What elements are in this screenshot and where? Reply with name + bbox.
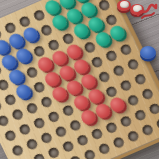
board-hole[interactable] xyxy=(104,121,118,134)
board-hole[interactable] xyxy=(54,125,68,138)
board-hole[interactable] xyxy=(25,66,39,79)
board-hole[interactable] xyxy=(133,72,147,85)
board-hole[interactable] xyxy=(126,58,140,71)
board-hole[interactable] xyxy=(0,78,9,91)
board-hole[interactable] xyxy=(126,93,140,106)
board-hole[interactable] xyxy=(97,142,111,155)
board-hole[interactable] xyxy=(97,70,111,83)
board-hole[interactable] xyxy=(32,9,46,22)
board-hole[interactable] xyxy=(10,144,24,157)
stacked-white-disc xyxy=(120,1,129,8)
board-hole[interactable] xyxy=(0,114,9,127)
off-board-stacked-disc-1[interactable] xyxy=(117,0,131,11)
board-hole[interactable] xyxy=(155,117,159,130)
board-hole[interactable] xyxy=(68,154,82,159)
board-hole[interactable] xyxy=(61,140,75,153)
board-hole[interactable] xyxy=(82,40,96,53)
board-hole[interactable] xyxy=(140,123,154,136)
off-board-blue-disc[interactable] xyxy=(140,46,156,59)
board-hole[interactable] xyxy=(68,119,82,132)
board-hole[interactable] xyxy=(10,108,24,121)
board-hole[interactable] xyxy=(3,129,17,142)
board-hole[interactable] xyxy=(25,137,39,150)
board-hole[interactable] xyxy=(46,146,60,159)
board-hole[interactable] xyxy=(104,85,118,98)
board-hole[interactable] xyxy=(3,93,17,106)
red-cord-tangle xyxy=(136,1,159,25)
board-hole[interactable] xyxy=(111,64,125,77)
board-hole[interactable] xyxy=(97,0,111,12)
board-hole[interactable] xyxy=(32,152,46,159)
board-hole[interactable] xyxy=(32,44,46,57)
board-hole[interactable] xyxy=(119,79,133,92)
board-hole[interactable] xyxy=(90,55,104,68)
board-hole[interactable] xyxy=(111,136,125,149)
board-hole[interactable] xyxy=(133,108,147,121)
board-hole[interactable] xyxy=(25,101,39,114)
board-hole[interactable] xyxy=(90,127,104,140)
board-hole[interactable] xyxy=(147,102,159,115)
board-hole[interactable] xyxy=(39,131,53,144)
board-hole[interactable] xyxy=(75,133,89,146)
board-hole[interactable] xyxy=(46,38,60,51)
board-hole[interactable] xyxy=(39,95,53,108)
board-hole[interactable] xyxy=(82,148,96,159)
board-hole[interactable] xyxy=(46,110,60,123)
board-hole[interactable] xyxy=(39,23,53,36)
board-hole[interactable] xyxy=(17,15,31,28)
board-hole[interactable] xyxy=(140,87,154,100)
board-hole[interactable] xyxy=(61,104,75,117)
photo-scene xyxy=(0,0,159,159)
board-hole[interactable] xyxy=(119,115,133,128)
board-hole[interactable] xyxy=(104,49,118,62)
board-hole[interactable] xyxy=(3,21,17,34)
board-hole[interactable] xyxy=(126,129,140,142)
board-hole[interactable] xyxy=(119,43,133,56)
board-hole[interactable] xyxy=(61,32,75,45)
board-hole[interactable] xyxy=(32,80,46,93)
board-hole[interactable] xyxy=(17,123,31,136)
board-hole[interactable] xyxy=(104,13,118,26)
board-hole[interactable] xyxy=(32,116,46,129)
